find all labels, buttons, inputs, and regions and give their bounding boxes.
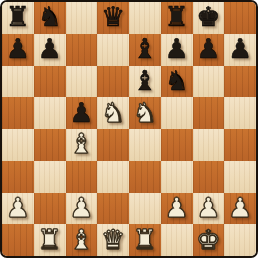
piece-black-pawn[interactable]: ♟ xyxy=(228,35,252,62)
square-a6[interactable] xyxy=(2,66,34,98)
square-c3[interactable] xyxy=(66,161,98,193)
square-b4[interactable] xyxy=(34,129,66,161)
square-h4[interactable] xyxy=(224,129,256,161)
piece-black-rook[interactable]: ♜ xyxy=(6,3,30,30)
square-b3[interactable] xyxy=(34,161,66,193)
square-b5[interactable] xyxy=(34,97,66,129)
square-d7[interactable] xyxy=(97,34,129,66)
square-h3[interactable] xyxy=(224,161,256,193)
square-e7[interactable]: ♝ xyxy=(129,34,161,66)
square-e1[interactable]: ♜ xyxy=(129,224,161,256)
piece-black-king[interactable]: ♚ xyxy=(196,3,220,30)
square-a5[interactable] xyxy=(2,97,34,129)
piece-white-pawn[interactable]: ♟ xyxy=(228,194,252,221)
square-a7[interactable]: ♟ xyxy=(2,34,34,66)
square-h6[interactable] xyxy=(224,66,256,98)
square-g2[interactable]: ♟ xyxy=(193,193,225,225)
square-e3[interactable] xyxy=(129,161,161,193)
square-a4[interactable] xyxy=(2,129,34,161)
square-e2[interactable] xyxy=(129,193,161,225)
square-f3[interactable] xyxy=(161,161,193,193)
square-h5[interactable] xyxy=(224,97,256,129)
square-f5[interactable] xyxy=(161,97,193,129)
square-h2[interactable]: ♟ xyxy=(224,193,256,225)
square-c6[interactable] xyxy=(66,66,98,98)
square-e8[interactable] xyxy=(129,2,161,34)
square-g3[interactable] xyxy=(193,161,225,193)
square-f8[interactable]: ♜ xyxy=(161,2,193,34)
square-f1[interactable] xyxy=(161,224,193,256)
piece-black-pawn[interactable]: ♟ xyxy=(69,99,93,126)
square-e5[interactable]: ♞ xyxy=(129,97,161,129)
square-g5[interactable] xyxy=(193,97,225,129)
square-a1[interactable] xyxy=(2,224,34,256)
piece-white-pawn[interactable]: ♟ xyxy=(6,194,30,221)
square-c7[interactable] xyxy=(66,34,98,66)
square-a2[interactable]: ♟ xyxy=(2,193,34,225)
square-d5[interactable]: ♞ xyxy=(97,97,129,129)
square-d6[interactable] xyxy=(97,66,129,98)
square-b8[interactable]: ♞ xyxy=(34,2,66,34)
square-b7[interactable]: ♟ xyxy=(34,34,66,66)
piece-black-bishop[interactable]: ♝ xyxy=(133,35,157,62)
square-e4[interactable] xyxy=(129,129,161,161)
square-d8[interactable]: ♛ xyxy=(97,2,129,34)
square-c8[interactable] xyxy=(66,2,98,34)
piece-white-rook[interactable]: ♜ xyxy=(38,226,62,253)
square-d3[interactable] xyxy=(97,161,129,193)
square-b1[interactable]: ♜ xyxy=(34,224,66,256)
square-g8[interactable]: ♚ xyxy=(193,2,225,34)
piece-white-knight[interactable]: ♞ xyxy=(101,99,125,126)
square-d1[interactable]: ♛ xyxy=(97,224,129,256)
piece-white-pawn[interactable]: ♟ xyxy=(196,194,220,221)
piece-black-pawn[interactable]: ♟ xyxy=(196,35,220,62)
piece-white-pawn[interactable]: ♟ xyxy=(69,194,93,221)
square-d2[interactable] xyxy=(97,193,129,225)
piece-white-knight[interactable]: ♞ xyxy=(133,99,157,126)
piece-black-knight[interactable]: ♞ xyxy=(165,67,189,94)
chess-diagram: ♜♞♛♜♚♟♟♝♟♟♟♝♞♟♞♞♝♟♟♟♟♟♜♝♛♜♚ xyxy=(0,0,258,258)
square-g7[interactable]: ♟ xyxy=(193,34,225,66)
square-c1[interactable]: ♝ xyxy=(66,224,98,256)
piece-white-pawn[interactable]: ♟ xyxy=(165,194,189,221)
square-h7[interactable]: ♟ xyxy=(224,34,256,66)
square-f6[interactable]: ♞ xyxy=(161,66,193,98)
chess-board: ♜♞♛♜♚♟♟♝♟♟♟♝♞♟♞♞♝♟♟♟♟♟♜♝♛♜♚ xyxy=(0,0,258,258)
piece-white-queen[interactable]: ♛ xyxy=(101,226,125,253)
square-c4[interactable]: ♝ xyxy=(66,129,98,161)
square-e6[interactable]: ♝ xyxy=(129,66,161,98)
square-f4[interactable] xyxy=(161,129,193,161)
square-g1[interactable]: ♚ xyxy=(193,224,225,256)
square-g4[interactable] xyxy=(193,129,225,161)
piece-black-pawn[interactable]: ♟ xyxy=(165,35,189,62)
square-g6[interactable] xyxy=(193,66,225,98)
piece-white-rook[interactable]: ♜ xyxy=(133,226,157,253)
piece-white-bishop[interactable]: ♝ xyxy=(69,226,93,253)
piece-black-queen[interactable]: ♛ xyxy=(101,3,125,30)
piece-black-pawn[interactable]: ♟ xyxy=(38,35,62,62)
square-f2[interactable]: ♟ xyxy=(161,193,193,225)
piece-black-pawn[interactable]: ♟ xyxy=(6,35,30,62)
square-a3[interactable] xyxy=(2,161,34,193)
square-f7[interactable]: ♟ xyxy=(161,34,193,66)
piece-black-rook[interactable]: ♜ xyxy=(165,3,189,30)
square-h8[interactable] xyxy=(224,2,256,34)
square-h1[interactable] xyxy=(224,224,256,256)
piece-black-bishop[interactable]: ♝ xyxy=(133,67,157,94)
piece-white-king[interactable]: ♚ xyxy=(196,226,220,253)
square-b2[interactable] xyxy=(34,193,66,225)
piece-black-knight[interactable]: ♞ xyxy=(38,3,62,30)
square-a8[interactable]: ♜ xyxy=(2,2,34,34)
square-c5[interactable]: ♟ xyxy=(66,97,98,129)
square-d4[interactable] xyxy=(97,129,129,161)
square-b6[interactable] xyxy=(34,66,66,98)
piece-white-bishop[interactable]: ♝ xyxy=(69,130,93,157)
square-c2[interactable]: ♟ xyxy=(66,193,98,225)
